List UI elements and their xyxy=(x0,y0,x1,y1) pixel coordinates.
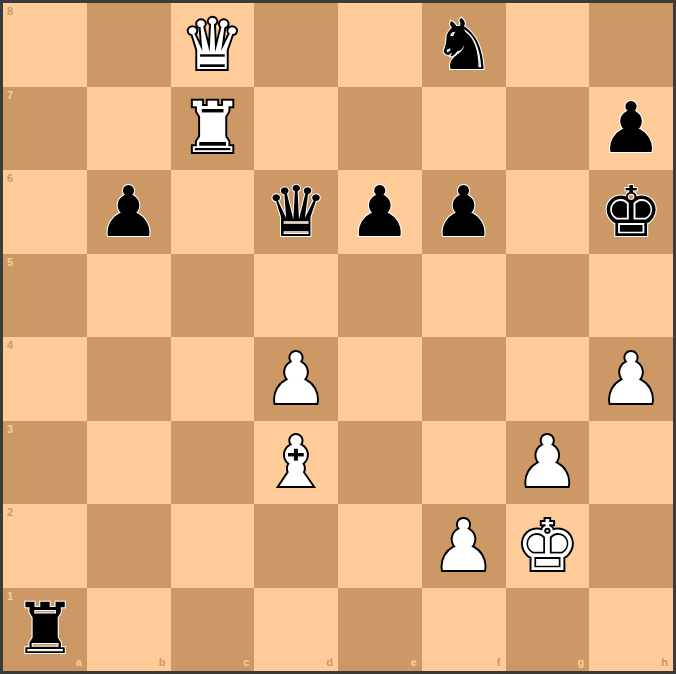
square-g3[interactable]: ♟ xyxy=(506,421,590,505)
square-g6[interactable] xyxy=(506,170,590,254)
square-e8[interactable] xyxy=(338,3,422,87)
square-h2[interactable] xyxy=(589,504,673,588)
board-frame: 8♛♞7♜♟6♟♛♟♟♚54♟♟3♝♟2♟♚1a♜bcdefgh xyxy=(0,0,676,674)
square-c7[interactable]: ♜ xyxy=(171,87,255,171)
square-g7[interactable] xyxy=(506,87,590,171)
square-b2[interactable] xyxy=(87,504,171,588)
piece-black-pawn[interactable]: ♟ xyxy=(97,177,160,247)
square-f7[interactable] xyxy=(422,87,506,171)
square-g2[interactable]: ♚ xyxy=(506,504,590,588)
square-d3[interactable]: ♝ xyxy=(254,421,338,505)
piece-black-pawn[interactable]: ♟ xyxy=(348,177,411,247)
square-f3[interactable] xyxy=(422,421,506,505)
piece-black-knight[interactable]: ♞ xyxy=(432,10,495,80)
square-f5[interactable] xyxy=(422,254,506,338)
piece-white-queen[interactable]: ♛ xyxy=(181,10,244,80)
square-d7[interactable] xyxy=(254,87,338,171)
square-e2[interactable] xyxy=(338,504,422,588)
rank-label-5: 5 xyxy=(7,257,13,268)
square-b7[interactable] xyxy=(87,87,171,171)
square-b4[interactable] xyxy=(87,337,171,421)
square-h3[interactable] xyxy=(589,421,673,505)
piece-black-rook[interactable]: ♜ xyxy=(13,594,76,664)
chess-board: 8♛♞7♜♟6♟♛♟♟♚54♟♟3♝♟2♟♚1a♜bcdefgh xyxy=(3,3,673,671)
square-g4[interactable] xyxy=(506,337,590,421)
square-d8[interactable] xyxy=(254,3,338,87)
square-f6[interactable]: ♟ xyxy=(422,170,506,254)
piece-white-rook[interactable]: ♜ xyxy=(181,93,244,163)
square-a8[interactable]: 8 xyxy=(3,3,87,87)
rank-label-3: 3 xyxy=(7,424,13,435)
square-c3[interactable] xyxy=(171,421,255,505)
square-c4[interactable] xyxy=(171,337,255,421)
file-label-f: f xyxy=(497,657,501,668)
file-label-e: e xyxy=(411,657,417,668)
square-g5[interactable] xyxy=(506,254,590,338)
square-f4[interactable] xyxy=(422,337,506,421)
square-h6[interactable]: ♚ xyxy=(589,170,673,254)
rank-label-7: 7 xyxy=(7,90,13,101)
file-label-a: a xyxy=(76,657,82,668)
square-a7[interactable]: 7 xyxy=(3,87,87,171)
square-e5[interactable] xyxy=(338,254,422,338)
rank-label-4: 4 xyxy=(7,340,13,351)
square-h8[interactable] xyxy=(589,3,673,87)
rank-label-1: 1 xyxy=(7,591,13,602)
square-d5[interactable] xyxy=(254,254,338,338)
square-c5[interactable] xyxy=(171,254,255,338)
square-d1[interactable]: d xyxy=(254,588,338,672)
rank-label-2: 2 xyxy=(7,507,13,518)
square-d2[interactable] xyxy=(254,504,338,588)
square-f1[interactable]: f xyxy=(422,588,506,672)
square-e4[interactable] xyxy=(338,337,422,421)
square-b5[interactable] xyxy=(87,254,171,338)
square-f8[interactable]: ♞ xyxy=(422,3,506,87)
piece-white-pawn[interactable]: ♟ xyxy=(600,344,663,414)
file-label-c: c xyxy=(243,657,249,668)
square-h7[interactable]: ♟ xyxy=(589,87,673,171)
square-h5[interactable] xyxy=(589,254,673,338)
square-c8[interactable]: ♛ xyxy=(171,3,255,87)
square-d6[interactable]: ♛ xyxy=(254,170,338,254)
square-c2[interactable] xyxy=(171,504,255,588)
square-a3[interactable]: 3 xyxy=(3,421,87,505)
square-h1[interactable]: h xyxy=(589,588,673,672)
square-b8[interactable] xyxy=(87,3,171,87)
square-g8[interactable] xyxy=(506,3,590,87)
piece-white-king[interactable]: ♚ xyxy=(516,511,579,581)
square-a6[interactable]: 6 xyxy=(3,170,87,254)
square-c6[interactable] xyxy=(171,170,255,254)
square-e1[interactable]: e xyxy=(338,588,422,672)
rank-label-6: 6 xyxy=(7,173,13,184)
piece-white-pawn[interactable]: ♟ xyxy=(265,344,328,414)
square-f2[interactable]: ♟ xyxy=(422,504,506,588)
square-e6[interactable]: ♟ xyxy=(338,170,422,254)
square-b1[interactable]: b xyxy=(87,588,171,672)
piece-white-pawn[interactable]: ♟ xyxy=(432,511,495,581)
square-a4[interactable]: 4 xyxy=(3,337,87,421)
file-label-d: d xyxy=(326,657,333,668)
piece-white-pawn[interactable]: ♟ xyxy=(516,427,579,497)
piece-black-pawn[interactable]: ♟ xyxy=(432,177,495,247)
square-e3[interactable] xyxy=(338,421,422,505)
file-label-b: b xyxy=(159,657,166,668)
piece-black-queen[interactable]: ♛ xyxy=(265,177,328,247)
square-b6[interactable]: ♟ xyxy=(87,170,171,254)
file-label-g: g xyxy=(578,657,585,668)
square-e7[interactable] xyxy=(338,87,422,171)
square-b3[interactable] xyxy=(87,421,171,505)
rank-label-8: 8 xyxy=(7,6,13,17)
square-c1[interactable]: c xyxy=(171,588,255,672)
square-h4[interactable]: ♟ xyxy=(589,337,673,421)
square-d4[interactable]: ♟ xyxy=(254,337,338,421)
square-g1[interactable]: g xyxy=(506,588,590,672)
square-a5[interactable]: 5 xyxy=(3,254,87,338)
square-a1[interactable]: 1a♜ xyxy=(3,588,87,672)
piece-black-king[interactable]: ♚ xyxy=(600,177,663,247)
file-label-h: h xyxy=(661,657,668,668)
square-a2[interactable]: 2 xyxy=(3,504,87,588)
piece-white-bishop[interactable]: ♝ xyxy=(265,427,328,497)
piece-black-pawn[interactable]: ♟ xyxy=(600,93,663,163)
